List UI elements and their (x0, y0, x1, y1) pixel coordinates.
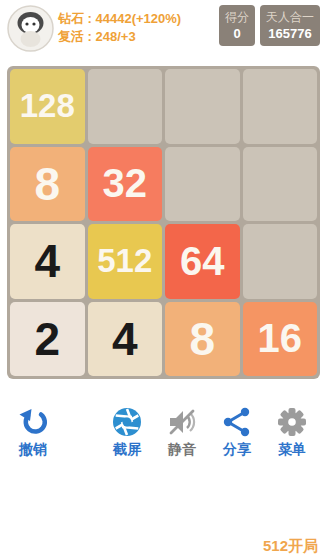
total-box: 天人合一 165776 (260, 5, 320, 46)
empty-cell (243, 69, 318, 144)
share-icon (221, 406, 253, 438)
screenshot-icon (111, 406, 143, 438)
undo-button[interactable]: 撤销 (3, 406, 63, 459)
board[interactable]: 12883245126424816 (7, 66, 320, 379)
player-stats: 钻石 : 44442(+120%) 复活 : 248/+3 (58, 10, 181, 46)
avatar[interactable] (7, 5, 54, 52)
mute-label: 静音 (152, 441, 212, 459)
revive-text: 复活 : 248/+3 (58, 28, 181, 46)
menu-label: 菜单 (262, 441, 322, 459)
empty-cell (88, 69, 163, 144)
tile-4: 4 (88, 302, 163, 377)
header: 钻石 : 44442(+120%) 复活 : 248/+3 得分 0 天人合一 … (0, 0, 327, 60)
tile-4: 4 (10, 224, 85, 299)
share-label: 分享 (207, 441, 267, 459)
menu-button[interactable]: 菜单 (262, 406, 322, 459)
score-boxes: 得分 0 天人合一 165776 (219, 5, 320, 46)
total-label: 天人合一 (266, 9, 314, 25)
score-box: 得分 0 (219, 5, 255, 46)
tile-128: 128 (10, 69, 85, 144)
screenshot-label: 截屏 (97, 441, 157, 459)
diamonds-text: 钻石 : 44442(+120%) (58, 10, 181, 28)
app-window: 钻石 : 44442(+120%) 复活 : 248/+3 得分 0 天人合一 … (0, 0, 327, 560)
empty-cell (243, 224, 318, 299)
score-value: 0 (225, 25, 249, 42)
mode-label: 512开局 (263, 537, 318, 556)
empty-cell (165, 147, 240, 222)
tile-16: 16 (243, 302, 318, 377)
screenshot-button[interactable]: 截屏 (97, 406, 157, 459)
total-value: 165776 (266, 25, 314, 42)
undo-icon (17, 406, 49, 438)
tile-64: 64 (165, 224, 240, 299)
tile-512: 512 (88, 224, 163, 299)
mute-icon (166, 406, 198, 438)
share-button[interactable]: 分享 (207, 406, 267, 459)
tile-8: 8 (165, 302, 240, 377)
empty-cell (165, 69, 240, 144)
score-label: 得分 (225, 9, 249, 25)
tile-2: 2 (10, 302, 85, 377)
tile-8: 8 (10, 147, 85, 222)
empty-cell (243, 147, 318, 222)
menu-icon (276, 406, 308, 438)
tile-32: 32 (88, 147, 163, 222)
mute-button[interactable]: 静音 (152, 406, 212, 459)
undo-label: 撤销 (3, 441, 63, 459)
